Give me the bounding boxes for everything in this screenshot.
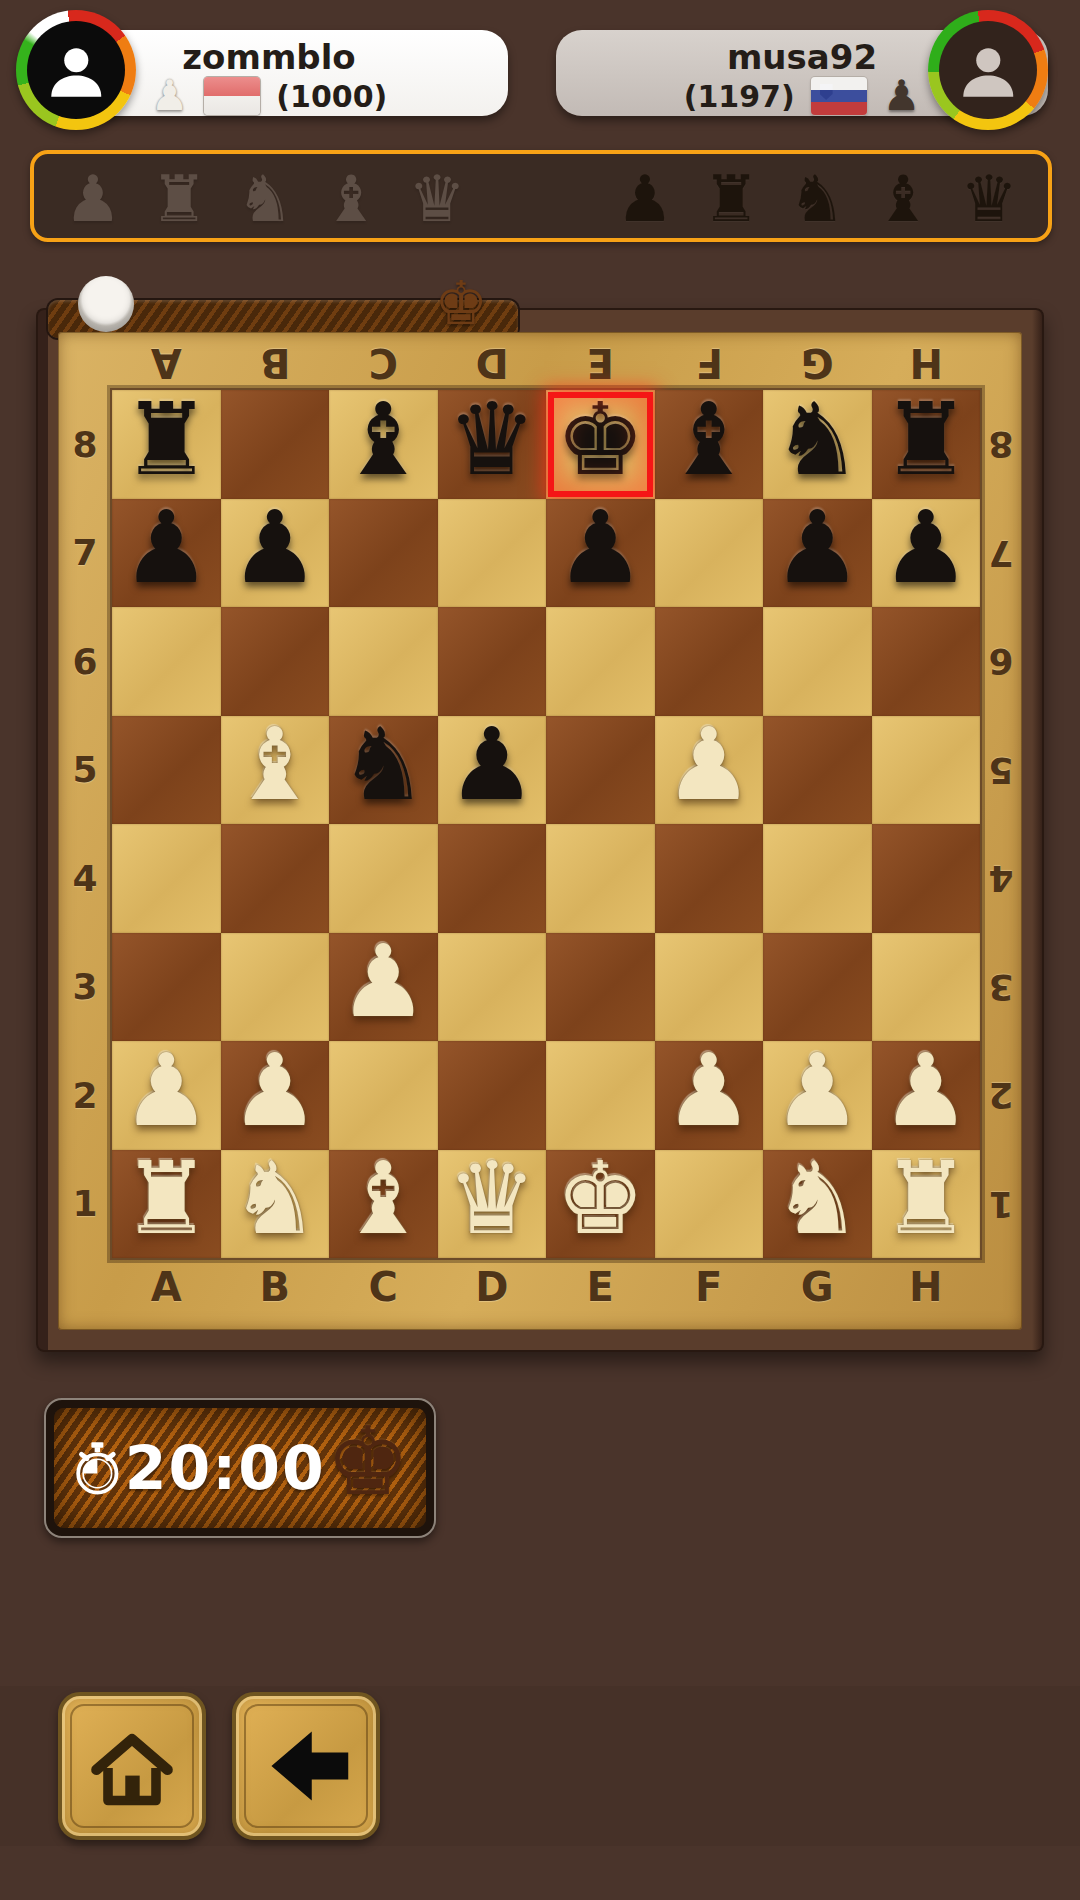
opponent-timer-partial: ♚: [48, 276, 518, 338]
square-g8[interactable]: ♞: [763, 390, 872, 499]
coord-label: H: [872, 1264, 981, 1310]
white-king: ♚: [546, 1145, 655, 1254]
black-pawn: ♟: [763, 494, 872, 603]
square-g2[interactable]: ♟: [763, 1041, 872, 1150]
coord-label: G: [763, 340, 872, 386]
coord-label: E: [546, 340, 655, 386]
square-h4[interactable]: [872, 824, 981, 933]
file-labels-bottom: ABCDEFGH: [112, 1264, 980, 1310]
coord-label: 2: [980, 1041, 1022, 1150]
square-a6[interactable]: [112, 607, 221, 716]
coord-label: D: [438, 340, 547, 386]
square-f1[interactable]: [655, 1150, 764, 1259]
black-pawn: ♟: [438, 711, 547, 820]
white-bishop: ♝: [221, 711, 330, 820]
coord-label: C: [329, 340, 438, 386]
black-king-icon: ♚: [326, 1415, 410, 1509]
black-knight: ♞: [329, 711, 438, 820]
coord-label: A: [112, 340, 221, 386]
coord-label: B: [221, 340, 330, 386]
black-queen: ♛: [438, 385, 547, 494]
captured-slot-black-rook: ♜: [688, 160, 774, 238]
square-c6[interactable]: [329, 607, 438, 716]
white-player-rating: (1000): [276, 79, 387, 114]
black-pawn: ♟: [221, 494, 330, 603]
indonesia-flag-icon: [204, 77, 260, 115]
square-f2[interactable]: ♟: [655, 1041, 764, 1150]
white-avatar[interactable]: [16, 10, 136, 130]
black-knight: ♞: [763, 385, 872, 494]
home-icon: [84, 1718, 180, 1814]
coord-label: 6: [58, 607, 112, 716]
black-pawn: ♟: [872, 494, 981, 603]
square-a7[interactable]: ♟: [112, 499, 221, 608]
square-g6[interactable]: [763, 607, 872, 716]
square-h7[interactable]: ♟: [872, 499, 981, 608]
black-king: ♚: [546, 385, 655, 494]
white-pawn: ♟: [872, 1036, 981, 1145]
black-pawn: ♟: [112, 494, 221, 603]
square-h3[interactable]: [872, 933, 981, 1042]
square-b8[interactable]: [221, 390, 330, 499]
coord-label: 8: [980, 390, 1022, 499]
white-knight: ♞: [763, 1145, 872, 1254]
square-a4[interactable]: [112, 824, 221, 933]
square-g3[interactable]: [763, 933, 872, 1042]
square-e1[interactable]: ♚: [546, 1150, 655, 1259]
person-icon: [953, 35, 1024, 106]
square-a3[interactable]: [112, 933, 221, 1042]
square-f6[interactable]: [655, 607, 764, 716]
square-h2[interactable]: ♟: [872, 1041, 981, 1150]
square-e3[interactable]: [546, 933, 655, 1042]
coord-label: G: [763, 1264, 872, 1310]
coord-label: 6: [980, 607, 1022, 716]
white-pawn: ♟: [112, 1036, 221, 1145]
square-d6[interactable]: [438, 607, 547, 716]
coord-label: F: [655, 1264, 764, 1310]
square-e4[interactable]: [546, 824, 655, 933]
move-timer: 20:00 ♚: [44, 1398, 436, 1538]
square-b3[interactable]: [221, 933, 330, 1042]
stopwatch-icon: [70, 1426, 125, 1510]
square-f3[interactable]: [655, 933, 764, 1042]
coord-label: C: [329, 1264, 438, 1310]
coord-label: 3: [980, 933, 1022, 1042]
white-bishop: ♝: [329, 1145, 438, 1254]
square-h6[interactable]: [872, 607, 981, 716]
square-g4[interactable]: [763, 824, 872, 933]
square-e6[interactable]: [546, 607, 655, 716]
white-pawn: ♟: [655, 711, 764, 820]
coord-label: 2: [58, 1041, 112, 1150]
black-bishop: ♝: [329, 385, 438, 494]
coord-label: 8: [58, 390, 112, 499]
square-g1[interactable]: ♞: [763, 1150, 872, 1259]
square-b7[interactable]: ♟: [221, 499, 330, 608]
coord-label: F: [655, 340, 764, 386]
black-pawn-icon: ♟: [883, 75, 921, 117]
black-player-rating: (1197): [684, 79, 795, 114]
square-c3[interactable]: ♟: [329, 933, 438, 1042]
back-button[interactable]: [232, 1692, 380, 1840]
square-h5[interactable]: [872, 716, 981, 825]
square-h1[interactable]: ♜: [872, 1150, 981, 1259]
square-d7[interactable]: [438, 499, 547, 608]
square-f7[interactable]: [655, 499, 764, 608]
white-pawn-icon: ♟: [151, 75, 189, 117]
file-labels-top: ABCDEFGH: [112, 340, 980, 386]
white-pawn: ♟: [221, 1036, 330, 1145]
chess-game-screen: zommblo ♟ (1000) musa92 (1197) ♟: [0, 0, 1080, 1900]
coord-label: 7: [980, 499, 1022, 608]
square-e8[interactable]: ♚: [546, 390, 655, 499]
coord-label: 1: [980, 1150, 1022, 1259]
square-c5[interactable]: ♞: [329, 716, 438, 825]
square-h8[interactable]: ♜: [872, 390, 981, 499]
square-b5[interactable]: ♝: [221, 716, 330, 825]
captured-slot-black-knight: ♞: [774, 160, 860, 238]
black-rook: ♜: [872, 385, 981, 494]
captured-slot-white-knight: ♞: [222, 160, 308, 238]
square-e7[interactable]: ♟: [546, 499, 655, 608]
square-b2[interactable]: ♟: [221, 1041, 330, 1150]
white-pawn: ♟: [655, 1036, 764, 1145]
coord-label: 5: [58, 716, 112, 825]
chess-board: ABCDEFGH 87654321 87654321 ABCDEFGH ♜♝♛♚…: [58, 332, 1022, 1330]
square-c2[interactable]: [329, 1041, 438, 1150]
square-b6[interactable]: [221, 607, 330, 716]
black-avatar[interactable]: [928, 10, 1048, 130]
square-d3[interactable]: [438, 933, 547, 1042]
captured-slot-white-queen: ♛: [394, 160, 480, 238]
black-bishop: ♝: [655, 385, 764, 494]
captured-slot-black-bishop: ♝: [860, 160, 946, 238]
white-pawn: ♟: [763, 1036, 872, 1145]
coord-label: 4: [58, 824, 112, 933]
rank-labels-left: 87654321: [58, 390, 112, 1258]
black-rook: ♜: [112, 385, 221, 494]
white-rook: ♜: [112, 1145, 221, 1254]
square-a1[interactable]: ♜: [112, 1150, 221, 1259]
square-d1[interactable]: ♛: [438, 1150, 547, 1259]
square-e2[interactable]: [546, 1041, 655, 1150]
coord-label: E: [546, 1264, 655, 1310]
coord-label: 7: [58, 499, 112, 608]
square-e5[interactable]: [546, 716, 655, 825]
square-f5[interactable]: ♟: [655, 716, 764, 825]
square-g5[interactable]: [763, 716, 872, 825]
square-g7[interactable]: ♟: [763, 499, 872, 608]
square-d2[interactable]: [438, 1041, 547, 1150]
square-a8[interactable]: ♜: [112, 390, 221, 499]
captured-slot-white-pawn: ♟: [50, 160, 136, 238]
captured-slot-white-rook: ♜: [136, 160, 222, 238]
coord-label: D: [438, 1264, 547, 1310]
square-c8[interactable]: ♝: [329, 390, 438, 499]
square-b4[interactable]: [221, 824, 330, 933]
captured-slot-black-queen: ♛: [946, 160, 1032, 238]
square-c4[interactable]: [329, 824, 438, 933]
white-pawn: ♟: [329, 928, 438, 1037]
white-queen: ♛: [438, 1145, 547, 1254]
coord-label: 1: [58, 1150, 112, 1259]
captured-pieces-tray: ♟♜♞♝♛♟♜♞♝♛: [30, 150, 1052, 242]
square-c7[interactable]: [329, 499, 438, 608]
coord-label: A: [112, 1264, 221, 1310]
square-d5[interactable]: ♟: [438, 716, 547, 825]
square-d8[interactable]: ♛: [438, 390, 547, 499]
captured-slot-black-pawn: ♟: [602, 160, 688, 238]
slovenia-flag-icon: [811, 77, 867, 115]
timer-value: 20:00: [125, 1433, 326, 1503]
coord-label: B: [221, 1264, 330, 1310]
white-king-icon: ♚: [434, 268, 488, 338]
captured-slot-white-bishop: ♝: [308, 160, 394, 238]
white-knight: ♞: [221, 1145, 330, 1254]
square-a2[interactable]: ♟: [112, 1041, 221, 1150]
square-f4[interactable]: [655, 824, 764, 933]
coord-label: H: [872, 340, 981, 386]
rank-labels-right: 87654321: [980, 390, 1022, 1258]
coord-label: 4: [980, 824, 1022, 933]
square-a5[interactable]: [112, 716, 221, 825]
black-pawn: ♟: [546, 494, 655, 603]
coord-label: 3: [58, 933, 112, 1042]
square-d4[interactable]: [438, 824, 547, 933]
square-b1[interactable]: ♞: [221, 1150, 330, 1259]
square-f8[interactable]: ♝: [655, 390, 764, 499]
board-grid: ♜♝♛♚♝♞♜♟♟♟♟♟♝♞♟♟♟♟♟♟♟♟♜♞♝♛♚♞♜: [112, 390, 980, 1258]
back-arrow-icon: [258, 1718, 354, 1814]
square-c1[interactable]: ♝: [329, 1150, 438, 1259]
coord-label: 5: [980, 716, 1022, 825]
person-icon: [41, 35, 112, 106]
home-button[interactable]: [58, 1692, 206, 1840]
stopwatch-icon: [78, 276, 134, 332]
white-rook: ♜: [872, 1145, 981, 1254]
